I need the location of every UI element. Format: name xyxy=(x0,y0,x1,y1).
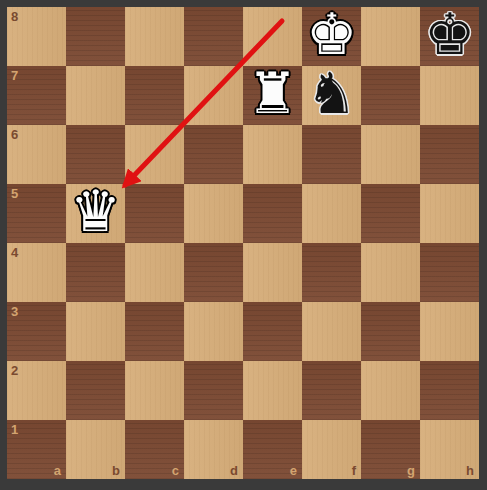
black-knight[interactable]: ♞ xyxy=(306,64,357,123)
square-a8[interactable]: 8 xyxy=(7,7,66,66)
square-g4[interactable] xyxy=(361,243,420,302)
square-h3[interactable] xyxy=(420,302,479,361)
square-a4[interactable]: 4 xyxy=(7,243,66,302)
square-g3[interactable] xyxy=(361,302,420,361)
square-h2[interactable] xyxy=(420,361,479,420)
square-d4[interactable] xyxy=(184,243,243,302)
rank-label-8: 8 xyxy=(11,10,18,23)
square-f2[interactable] xyxy=(302,361,361,420)
square-d5[interactable] xyxy=(184,184,243,243)
square-a7[interactable]: 7 xyxy=(7,66,66,125)
square-h5[interactable] xyxy=(420,184,479,243)
square-g6[interactable] xyxy=(361,125,420,184)
square-b2[interactable] xyxy=(66,361,125,420)
square-a3[interactable]: 3 xyxy=(7,302,66,361)
square-e1[interactable]: e xyxy=(243,420,302,479)
square-h6[interactable] xyxy=(420,125,479,184)
file-label-e: e xyxy=(290,464,297,477)
square-d6[interactable] xyxy=(184,125,243,184)
square-b1[interactable]: b xyxy=(66,420,125,479)
square-h7[interactable] xyxy=(420,66,479,125)
square-e6[interactable] xyxy=(243,125,302,184)
square-e8[interactable] xyxy=(243,7,302,66)
square-d1[interactable]: d xyxy=(184,420,243,479)
square-c7[interactable] xyxy=(125,66,184,125)
square-h4[interactable] xyxy=(420,243,479,302)
white-queen[interactable]: ♛ xyxy=(70,182,121,241)
square-d2[interactable] xyxy=(184,361,243,420)
black-king[interactable]: ♚ xyxy=(424,5,475,64)
white-rook[interactable]: ♜ xyxy=(247,64,298,123)
file-label-b: b xyxy=(112,464,120,477)
square-a2[interactable]: 2 xyxy=(7,361,66,420)
square-e4[interactable] xyxy=(243,243,302,302)
file-label-h: h xyxy=(466,464,474,477)
square-a1[interactable]: 1a xyxy=(7,420,66,479)
square-b7[interactable] xyxy=(66,66,125,125)
square-c6[interactable] xyxy=(125,125,184,184)
square-b5[interactable]: ♛ xyxy=(66,184,125,243)
square-f7[interactable]: ♞ xyxy=(302,66,361,125)
rank-label-4: 4 xyxy=(11,246,18,259)
square-f4[interactable] xyxy=(302,243,361,302)
file-label-a: a xyxy=(54,464,61,477)
square-h8[interactable]: ♚ xyxy=(420,7,479,66)
square-e2[interactable] xyxy=(243,361,302,420)
square-c2[interactable] xyxy=(125,361,184,420)
square-h1[interactable]: h xyxy=(420,420,479,479)
square-b8[interactable] xyxy=(66,7,125,66)
file-label-f: f xyxy=(352,464,356,477)
rank-label-2: 2 xyxy=(11,364,18,377)
file-label-c: c xyxy=(172,464,179,477)
square-f1[interactable]: f xyxy=(302,420,361,479)
chess-board-frame: 8♚♚7♜♞65♛4321abcdefgh xyxy=(0,0,487,490)
white-king[interactable]: ♚ xyxy=(306,5,357,64)
rank-label-5: 5 xyxy=(11,187,18,200)
square-g2[interactable] xyxy=(361,361,420,420)
rank-label-1: 1 xyxy=(11,423,18,436)
square-a6[interactable]: 6 xyxy=(7,125,66,184)
square-g5[interactable] xyxy=(361,184,420,243)
square-f8[interactable]: ♚ xyxy=(302,7,361,66)
square-c1[interactable]: c xyxy=(125,420,184,479)
rank-label-3: 3 xyxy=(11,305,18,318)
square-g1[interactable]: g xyxy=(361,420,420,479)
square-e7[interactable]: ♜ xyxy=(243,66,302,125)
square-d7[interactable] xyxy=(184,66,243,125)
rank-label-7: 7 xyxy=(11,69,18,82)
square-d8[interactable] xyxy=(184,7,243,66)
chess-board: 8♚♚7♜♞65♛4321abcdefgh xyxy=(7,7,479,479)
square-f5[interactable] xyxy=(302,184,361,243)
square-d3[interactable] xyxy=(184,302,243,361)
square-c4[interactable] xyxy=(125,243,184,302)
square-b4[interactable] xyxy=(66,243,125,302)
square-g8[interactable] xyxy=(361,7,420,66)
square-a5[interactable]: 5 xyxy=(7,184,66,243)
rank-label-6: 6 xyxy=(11,128,18,141)
file-label-d: d xyxy=(230,464,238,477)
square-c8[interactable] xyxy=(125,7,184,66)
square-e3[interactable] xyxy=(243,302,302,361)
square-g7[interactable] xyxy=(361,66,420,125)
square-b6[interactable] xyxy=(66,125,125,184)
square-b3[interactable] xyxy=(66,302,125,361)
square-f3[interactable] xyxy=(302,302,361,361)
square-f6[interactable] xyxy=(302,125,361,184)
square-c5[interactable] xyxy=(125,184,184,243)
file-label-g: g xyxy=(407,464,415,477)
square-c3[interactable] xyxy=(125,302,184,361)
square-e5[interactable] xyxy=(243,184,302,243)
